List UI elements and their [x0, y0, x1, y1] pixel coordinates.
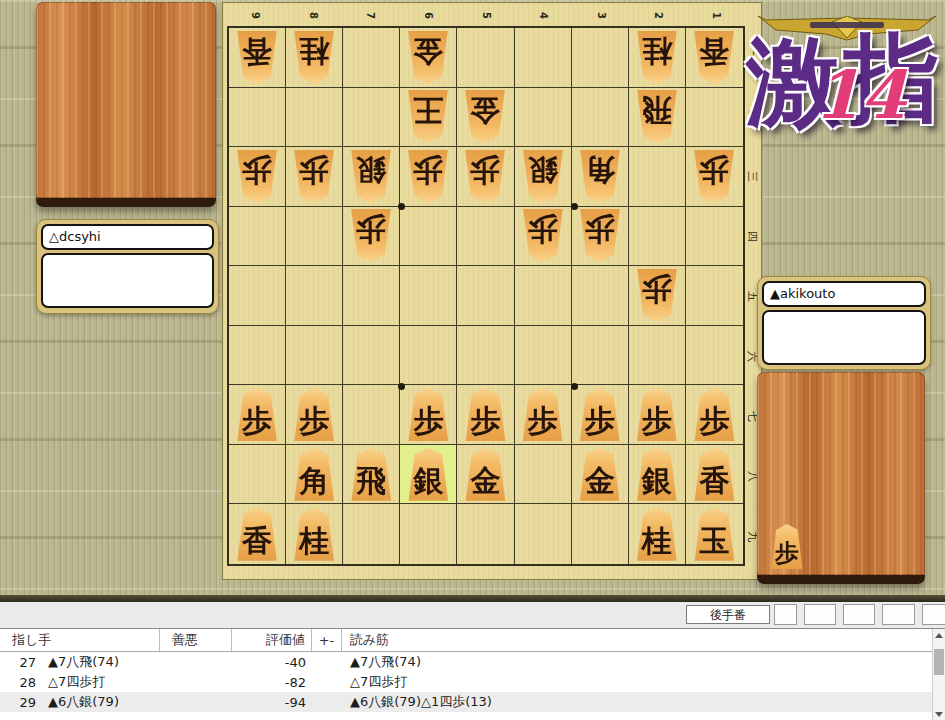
shogi-piece-gote-王[interactable]: 王: [405, 90, 451, 143]
board-cell-2七[interactable]: 歩: [629, 385, 686, 445]
board-cell-8八[interactable]: 角: [286, 445, 343, 505]
piece-kanji: 金: [470, 466, 500, 501]
board-cell-7二[interactable]: [343, 88, 400, 148]
sente-clock-box: [762, 310, 926, 365]
piece-kanji: 歩: [585, 209, 615, 244]
piece-kanji: 歩: [299, 150, 329, 185]
board-cell-3五[interactable]: [572, 266, 629, 326]
move-no: 29: [0, 695, 42, 710]
shogi-piece-sente-歩[interactable]: 歩: [291, 388, 337, 441]
shogi-piece-gote-香[interactable]: 香: [234, 31, 280, 84]
shogi-piece-gote-銀[interactable]: 銀: [520, 150, 566, 203]
board-cell-1四[interactable]: [686, 207, 743, 267]
board-cell-9一[interactable]: 香: [229, 28, 286, 88]
shogi-piece-gote-銀[interactable]: 銀: [348, 150, 394, 203]
piece-kanji: 飛: [642, 90, 672, 125]
piece-kanji: 香: [242, 31, 272, 66]
file-label: 7: [365, 12, 376, 19]
count-slot: [843, 604, 875, 625]
piece-kanji: 香: [699, 31, 729, 66]
file-labels: 987654321: [227, 4, 745, 26]
header-move: 指し手: [0, 629, 160, 651]
shogi-piece-sente-桂[interactable]: 桂: [634, 508, 680, 561]
board-cell-7四[interactable]: 歩: [343, 207, 400, 267]
board-cell-5一[interactable]: [457, 28, 514, 88]
piece-kanji: 王: [413, 90, 443, 125]
star-point: [571, 383, 578, 390]
piece-kanji: 香: [699, 466, 729, 501]
board-cell-2一[interactable]: 桂: [629, 28, 686, 88]
board-cell-3四[interactable]: 歩: [572, 207, 629, 267]
board-cell-2八[interactable]: 銀: [629, 445, 686, 505]
board-cell-8一[interactable]: 桂: [286, 28, 343, 88]
board-cell-1九[interactable]: 玉: [686, 504, 743, 564]
gote-player-panel: △dcsyhi: [36, 219, 219, 314]
move-line: ▲7八飛(74): [342, 653, 945, 671]
move-table-row[interactable]: 29▲6八銀(79)-94▲6八銀(79)△1四歩(13): [0, 692, 945, 712]
board-cell-8三[interactable]: 歩: [286, 147, 343, 207]
shogi-piece-sente-桂[interactable]: 桂: [291, 508, 337, 561]
shogi-piece-gote-飛[interactable]: 飛: [634, 90, 680, 143]
board-cell-7九[interactable]: [343, 504, 400, 564]
piece-kanji: 桂: [299, 31, 329, 66]
shogi-piece-sente-歩[interactable]: 歩: [577, 388, 623, 441]
shogi-piece-sente-玉[interactable]: 玉: [691, 508, 737, 561]
shogi-piece-gote-角[interactable]: 角: [577, 150, 623, 203]
shogi-piece-gote-金[interactable]: 金: [462, 90, 508, 143]
piece-kanji: 歩: [642, 269, 672, 304]
shogi-piece-sente-香[interactable]: 香: [691, 448, 737, 501]
file-label: 5: [480, 12, 491, 19]
board-cell-5四[interactable]: [457, 207, 514, 267]
board-cell-2五[interactable]: 歩: [629, 266, 686, 326]
piece-kanji: 歩: [299, 406, 329, 441]
shogi-piece-sente-銀[interactable]: 銀: [405, 448, 451, 501]
move-table-row[interactable]: 27▲7八飛(74)-40▲7八飛(74): [0, 652, 945, 672]
board-cell-8六[interactable]: [286, 326, 343, 386]
piece-kanji: 歩: [528, 209, 558, 244]
piece-kanji: 歩: [242, 150, 272, 185]
count-slot: [922, 604, 945, 625]
board-cell-2四[interactable]: [629, 207, 686, 267]
piece-kanji: 桂: [642, 526, 672, 561]
board-cell-1八[interactable]: 香: [686, 445, 743, 505]
board-cell-9八[interactable]: [229, 445, 286, 505]
rank-label: 三: [745, 171, 760, 182]
move-move: ▲7八飛(74): [42, 653, 160, 671]
header-trend: +-: [312, 629, 342, 651]
move-table-header: 指し手 善悪 評価値 +- 読み筋: [0, 629, 945, 652]
board-cell-1二[interactable]: [686, 88, 743, 148]
file-label: 2: [653, 12, 664, 19]
board-cell-3八[interactable]: 金: [572, 445, 629, 505]
file-label: 6: [423, 12, 434, 19]
piece-kanji: 金: [585, 466, 615, 501]
piece-kanji: 桂: [299, 526, 329, 561]
file-label: 4: [538, 12, 549, 19]
board-cell-9九[interactable]: 香: [229, 504, 286, 564]
piece-kanji: 銀: [356, 150, 386, 185]
board-cell-6九[interactable]: [400, 504, 457, 564]
piece-kanji: 歩: [242, 406, 272, 441]
board-cell-4四[interactable]: 歩: [515, 207, 572, 267]
star-point: [571, 203, 578, 210]
star-point: [398, 203, 405, 210]
shogi-piece-sente-歩[interactable]: 歩: [691, 388, 737, 441]
gote-clock-box: [41, 253, 214, 308]
piece-kanji: 角: [585, 150, 615, 185]
board-cell-4五[interactable]: [515, 266, 572, 326]
shogi-piece-sente-香[interactable]: 香: [234, 508, 280, 561]
board-cell-5八[interactable]: 金: [457, 445, 514, 505]
file-label: 8: [308, 12, 319, 19]
board-cell-7六[interactable]: [343, 326, 400, 386]
count-slot: [882, 604, 915, 625]
header-eval: 評価値: [232, 629, 312, 651]
shogi-piece-sente-歩[interactable]: 歩: [234, 388, 280, 441]
move-table-row[interactable]: 28△7四歩打-82△7四歩打: [0, 672, 945, 692]
shogi-piece-gote-歩[interactable]: 歩: [691, 150, 737, 203]
board-cell-8九[interactable]: 桂: [286, 504, 343, 564]
file-label: 1: [711, 12, 722, 19]
board-cell-6二[interactable]: 王: [400, 88, 457, 148]
board-cell-4二[interactable]: [515, 88, 572, 148]
shogi-piece-sente-歩[interactable]: 歩: [634, 388, 680, 441]
shogi-piece-gote-歩[interactable]: 歩: [291, 150, 337, 203]
board-cell-5五[interactable]: [457, 266, 514, 326]
scroll-down-icon[interactable]: [933, 708, 945, 720]
gote-player-name: △dcsyhi: [41, 224, 214, 250]
scrollbar-thumb[interactable]: [934, 649, 944, 675]
count-slot: [774, 604, 797, 625]
piece-kanji: 歩: [356, 209, 386, 244]
file-label: 3: [596, 12, 607, 19]
header-line: 読み筋: [342, 629, 945, 651]
board-cell-8二[interactable]: [286, 88, 343, 148]
header-judge: 善悪: [160, 629, 232, 651]
shogi-piece-gote-歩[interactable]: 歩: [234, 150, 280, 203]
shogi-piece-sente-銀[interactable]: 銀: [634, 448, 680, 501]
board-cell-7八[interactable]: 飛: [343, 445, 400, 505]
move-eval: -82: [232, 675, 312, 690]
board-cell-4一[interactable]: [515, 28, 572, 88]
piece-kanji: 歩: [642, 406, 672, 441]
shogi-board: 987654321 一二三四五六七八九 香桂金桂香王金飛歩歩銀歩歩銀角歩歩歩歩歩…: [222, 2, 762, 580]
board-cell-7五[interactable]: [343, 266, 400, 326]
board-cell-5三[interactable]: 歩: [457, 147, 514, 207]
piece-kanji: 歩: [413, 150, 443, 185]
piece-kanji: 角: [299, 466, 329, 501]
shogi-piece-gote-歩[interactable]: 歩: [634, 269, 680, 322]
piece-kanji: 銀: [413, 466, 443, 501]
board-cell-6四[interactable]: [400, 207, 457, 267]
sente-piece-stand: 歩: [757, 372, 925, 584]
shogi-piece-gote-桂[interactable]: 桂: [291, 31, 337, 84]
shogi-piece-sente-歩[interactable]: 歩: [520, 388, 566, 441]
shogi-piece-sente-金[interactable]: 金: [462, 448, 508, 501]
board-cell-4八[interactable]: [515, 445, 572, 505]
rank-label: 四: [745, 231, 760, 242]
gekisashi-app-window: △dcsyhi 987654321 一二三四五六七八九 香桂金桂香王金飛歩歩銀歩…: [0, 0, 945, 720]
move-move: △7四歩打: [42, 673, 160, 691]
star-point: [398, 383, 405, 390]
piece-kanji: 歩: [470, 406, 500, 441]
board-cell-4九[interactable]: [515, 504, 572, 564]
board-cell-3二[interactable]: [572, 88, 629, 148]
file-label: 9: [250, 12, 261, 19]
move-line: ▲6八銀(79)△1四歩(13): [342, 693, 945, 711]
board-cell-8五[interactable]: [286, 266, 343, 326]
piece-kanji: 銀: [642, 466, 672, 501]
shogi-piece-sente-歩[interactable]: 歩: [462, 388, 508, 441]
shogi-piece-gote-金[interactable]: 金: [405, 31, 451, 84]
board-cell-6七[interactable]: 歩: [400, 385, 457, 445]
piece-kanji: 香: [242, 526, 272, 561]
board-cell-2九[interactable]: 桂: [629, 504, 686, 564]
piece-kanji: 歩: [699, 406, 729, 441]
piece-kanji: 歩: [699, 150, 729, 185]
board-cell-3三[interactable]: 角: [572, 147, 629, 207]
board-cell-9二[interactable]: [229, 88, 286, 148]
board-cell-9七[interactable]: 歩: [229, 385, 286, 445]
board-cell-3六[interactable]: [572, 326, 629, 386]
board-cell-2三[interactable]: [629, 147, 686, 207]
board-cell-7三[interactable]: 銀: [343, 147, 400, 207]
move-eval: -40: [232, 655, 312, 670]
gote-piece-stand: [36, 2, 216, 207]
board-cell-5六[interactable]: [457, 326, 514, 386]
sente-player-name: ▲akikouto: [762, 281, 926, 307]
board-cell-6五[interactable]: [400, 266, 457, 326]
status-strip: 後手番: [0, 602, 945, 628]
scroll-up-icon[interactable]: [933, 629, 945, 642]
move-line: △7四歩打: [342, 673, 945, 691]
shogi-piece-sente-角[interactable]: 角: [291, 448, 337, 501]
board-cell-2二[interactable]: 飛: [629, 88, 686, 148]
sente-player-panel: ▲akikouto: [757, 276, 931, 370]
hand-piece-sente-歩[interactable]: 歩: [769, 524, 805, 569]
piece-kanji: 歩: [413, 406, 443, 441]
shogi-piece-gote-桂[interactable]: 桂: [634, 31, 680, 84]
piece-kanji: 歩: [585, 406, 615, 441]
board-cell-6三[interactable]: 歩: [400, 147, 457, 207]
move-no: 27: [0, 655, 42, 670]
board-cell-5二[interactable]: 金: [457, 88, 514, 148]
board-cell-6八[interactable]: 銀: [400, 445, 457, 505]
shogi-piece-gote-歩[interactable]: 歩: [348, 209, 394, 262]
board-cell-4七[interactable]: 歩: [515, 385, 572, 445]
shogi-piece-gote-歩[interactable]: 歩: [462, 150, 508, 203]
board-cell-9四[interactable]: [229, 207, 286, 267]
shogi-piece-sente-飛[interactable]: 飛: [348, 448, 394, 501]
board-cell-5七[interactable]: 歩: [457, 385, 514, 445]
move-eval: -94: [232, 695, 312, 710]
board-cell-7一[interactable]: [343, 28, 400, 88]
piece-kanji: 玉: [699, 526, 729, 561]
board-cell-9三[interactable]: 歩: [229, 147, 286, 207]
board-cell-7七[interactable]: [343, 385, 400, 445]
board-cell-1五[interactable]: [686, 266, 743, 326]
tatami-shadow-edge: [0, 595, 945, 602]
piece-kanji: 飛: [356, 466, 386, 501]
shogi-piece-sente-歩[interactable]: 歩: [405, 388, 451, 441]
turn-indicator: 後手番: [686, 605, 770, 624]
board-cell-9六[interactable]: [229, 326, 286, 386]
board-cell-1七[interactable]: 歩: [686, 385, 743, 445]
board-cell-8七[interactable]: 歩: [286, 385, 343, 445]
shogi-piece-sente-金[interactable]: 金: [577, 448, 623, 501]
board-cell-1一[interactable]: 香: [686, 28, 743, 88]
board-cell-6六[interactable]: [400, 326, 457, 386]
piece-kanji: 歩: [775, 541, 799, 569]
count-slot: [804, 604, 836, 625]
move-list-scrollbar[interactable]: [932, 629, 945, 720]
piece-kanji: 金: [413, 31, 443, 66]
shogi-piece-gote-香[interactable]: 香: [691, 31, 737, 84]
board-cell-3九[interactable]: [572, 504, 629, 564]
board-grid: 香桂金桂香王金飛歩歩銀歩歩銀角歩歩歩歩歩歩歩歩歩歩歩歩歩角飛銀金金銀香香桂桂玉: [227, 26, 745, 566]
move-no: 28: [0, 675, 42, 690]
piece-kanji: 金: [470, 90, 500, 125]
piece-kanji: 桂: [642, 31, 672, 66]
board-cell-2六[interactable]: [629, 326, 686, 386]
piece-kanji: 歩: [470, 150, 500, 185]
board-cell-8四[interactable]: [286, 207, 343, 267]
piece-kanji: 銀: [528, 150, 558, 185]
rank-label: 二: [745, 111, 760, 122]
board-cell-4六[interactable]: [515, 326, 572, 386]
board-cell-9五[interactable]: [229, 266, 286, 326]
move-move: ▲6八銀(79): [42, 693, 160, 711]
board-cell-4三[interactable]: 銀: [515, 147, 572, 207]
board-cell-5九[interactable]: [457, 504, 514, 564]
shogi-piece-gote-歩[interactable]: 歩: [520, 209, 566, 262]
board-cell-3一[interactable]: [572, 28, 629, 88]
analysis-move-panel: 指し手 善悪 評価値 +- 読み筋 27▲7八飛(74)-40▲7八飛(74)2…: [0, 628, 945, 720]
sente-hand-tray: 歩: [769, 524, 805, 569]
board-cell-3七[interactable]: 歩: [572, 385, 629, 445]
board-cell-1六[interactable]: [686, 326, 743, 386]
piece-kanji: 歩: [528, 406, 558, 441]
board-cell-1三[interactable]: 歩: [686, 147, 743, 207]
captured-count-slots: [774, 604, 945, 625]
shogi-piece-gote-歩[interactable]: 歩: [405, 150, 451, 203]
board-cell-6一[interactable]: 金: [400, 28, 457, 88]
rank-label: 一: [745, 51, 760, 62]
shogi-piece-gote-歩[interactable]: 歩: [577, 209, 623, 262]
